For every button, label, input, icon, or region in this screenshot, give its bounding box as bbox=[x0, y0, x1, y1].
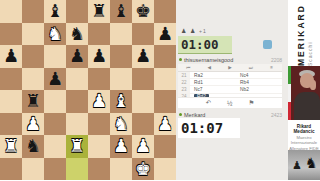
piece-white-knight: ♞ bbox=[113, 113, 129, 135]
lichess-stream-overlay: ♝♜♝♚♞♞♟♟♟♟♟♟♜♟♝♟♞♟♜♞♜♟♟♚ ♟ ♟ +1 01:00 th… bbox=[0, 0, 320, 180]
captured-pawns: ♟ ♟ bbox=[181, 28, 196, 34]
piece-white-king: ♚ bbox=[135, 158, 151, 180]
square-f7[interactable] bbox=[110, 23, 132, 46]
square-b8[interactable] bbox=[22, 0, 44, 23]
bottom-player-rating: 2423 bbox=[271, 112, 285, 118]
square-b5[interactable] bbox=[22, 68, 44, 91]
square-e5[interactable] bbox=[88, 68, 110, 91]
piece-black-pawn: ♟ bbox=[47, 68, 63, 90]
square-e3[interactable] bbox=[88, 113, 110, 136]
move-black[interactable]: Nc4 bbox=[236, 73, 282, 78]
square-a8[interactable] bbox=[0, 0, 22, 23]
piece-white-pawn: ♟ bbox=[113, 135, 129, 157]
square-c7[interactable]: ♞ bbox=[44, 23, 66, 46]
move-number: 21 bbox=[178, 72, 190, 78]
analysis-board-icon[interactable] bbox=[263, 40, 272, 49]
move-number: 23 bbox=[178, 86, 190, 92]
streamer-torso bbox=[294, 92, 320, 120]
pawn-silhouette-icon: ♟ bbox=[292, 159, 302, 172]
piece-white-rook: ♜ bbox=[3, 135, 19, 157]
square-c4[interactable] bbox=[44, 90, 66, 113]
online-dot-icon bbox=[179, 58, 182, 61]
square-c2[interactable] bbox=[44, 135, 66, 158]
top-player-row: thisusernameisgood 2208 bbox=[179, 56, 285, 63]
square-e8[interactable]: ♜ bbox=[88, 0, 110, 23]
top-player-rating: 2208 bbox=[271, 57, 285, 63]
game-panel: ♟ ♟ +1 01:00 thisusernameisgood 2208 ⏮◀▶… bbox=[176, 0, 288, 180]
square-g6[interactable]: ♟ bbox=[132, 45, 154, 68]
square-b4[interactable]: ♜ bbox=[22, 90, 44, 113]
square-g2[interactable]: ♟ bbox=[132, 135, 154, 158]
square-f8[interactable]: ♝ bbox=[110, 0, 132, 23]
captured-pieces: ♟ ♟ +1 bbox=[181, 27, 207, 34]
streamer-column: MERIKARD Scacchi Rikard Medancic Maestro… bbox=[288, 0, 320, 180]
square-e7[interactable] bbox=[88, 23, 110, 46]
piece-black-pawn: ♟ bbox=[69, 45, 85, 67]
last-move-button[interactable]: ⏭ bbox=[240, 64, 261, 71]
webcam-video bbox=[288, 66, 320, 120]
square-c1[interactable] bbox=[44, 158, 66, 181]
piece-black-pawn: ♟ bbox=[135, 45, 151, 67]
takeback-icon[interactable]: ↶ bbox=[206, 99, 211, 107]
piece-black-rook: ♜ bbox=[25, 90, 41, 112]
square-d4[interactable] bbox=[66, 90, 88, 113]
square-d7[interactable]: ♞ bbox=[66, 23, 88, 46]
square-h3[interactable]: ♟ bbox=[154, 113, 176, 136]
first-move-button[interactable]: ⏮ bbox=[178, 64, 199, 71]
piece-white-pawn: ♟ bbox=[91, 90, 107, 112]
streamer-name: Rikard Medancic bbox=[288, 124, 320, 134]
chess-board[interactable]: ♝♜♝♚♞♞♟♟♟♟♟♟♜♟♝♟♞♟♜♞♜♟♟♚ bbox=[0, 0, 176, 180]
move-black[interactable]: Nb2 bbox=[236, 87, 282, 92]
bottom-player-name[interactable]: Merikard bbox=[184, 112, 205, 118]
square-f6[interactable] bbox=[110, 45, 132, 68]
knight-silhouette-icon: ♞ bbox=[305, 155, 318, 171]
square-b3[interactable]: ♟ bbox=[22, 113, 44, 136]
bottom-player-clock: 01:07 bbox=[178, 118, 240, 138]
piece-black-pawn: ♟ bbox=[3, 45, 19, 67]
square-d5[interactable] bbox=[66, 68, 88, 91]
piece-black-knight: ♞ bbox=[69, 23, 85, 45]
square-a4[interactable] bbox=[0, 90, 22, 113]
square-a5[interactable] bbox=[0, 68, 22, 91]
streamer-hand bbox=[310, 80, 316, 90]
piece-black-rook: ♜ bbox=[91, 0, 107, 22]
square-c8[interactable]: ♝ bbox=[44, 0, 66, 23]
square-h8[interactable] bbox=[154, 0, 176, 23]
move-white[interactable]: Rd1 bbox=[190, 80, 236, 85]
square-g8[interactable]: ♚ bbox=[132, 0, 154, 23]
square-a3[interactable] bbox=[0, 113, 22, 136]
move-number: 22 bbox=[178, 79, 190, 85]
square-a7[interactable] bbox=[0, 23, 22, 46]
piece-white-pawn: ♟ bbox=[135, 135, 151, 157]
chess-pieces-photo: ♟ ♞ bbox=[288, 150, 320, 180]
square-b6[interactable] bbox=[22, 45, 44, 68]
square-g5[interactable] bbox=[132, 68, 154, 91]
streamer-title: Maestro Internazionale bbox=[288, 135, 320, 145]
piece-black-knight: ♞ bbox=[25, 135, 41, 157]
square-h1[interactable] bbox=[154, 158, 176, 181]
move-black[interactable]: Rb4 bbox=[236, 80, 282, 85]
move-white[interactable]: Ra2 bbox=[190, 73, 236, 78]
channel-title: MERIKARD bbox=[296, 2, 306, 66]
square-e2[interactable] bbox=[88, 135, 110, 158]
move-white[interactable]: Nc7 bbox=[190, 87, 236, 92]
move-navigation-bar: ⏮◀▶⏭≡ bbox=[178, 64, 282, 72]
square-d2[interactable]: ♜ bbox=[66, 135, 88, 158]
piece-white-rook: ♜ bbox=[69, 135, 85, 157]
square-h4[interactable] bbox=[154, 90, 176, 113]
square-d6[interactable]: ♟ bbox=[66, 45, 88, 68]
piece-black-bishop: ♝ bbox=[47, 0, 63, 22]
next-move-button[interactable]: ▶ bbox=[220, 64, 241, 71]
streamer-caption: Rikard Medancic Maestro Internazionale A… bbox=[288, 120, 320, 150]
square-g7[interactable] bbox=[132, 23, 154, 46]
piece-black-pawn: ♟ bbox=[91, 45, 107, 67]
square-a1[interactable] bbox=[0, 158, 22, 181]
square-c6[interactable] bbox=[44, 45, 66, 68]
square-h5[interactable] bbox=[154, 68, 176, 91]
game-controls: ↶ ½ ⚑ bbox=[178, 97, 282, 108]
square-f2[interactable]: ♟ bbox=[110, 135, 132, 158]
square-d8[interactable] bbox=[66, 0, 88, 23]
draw-offer-icon[interactable]: ½ bbox=[227, 100, 232, 107]
move-row-23: 23Nc7Nb2 bbox=[178, 86, 282, 93]
square-h7[interactable]: ♟ bbox=[154, 23, 176, 46]
square-h6[interactable] bbox=[154, 45, 176, 68]
square-c3[interactable] bbox=[44, 113, 66, 136]
bottom-player-row: Merikard 2423 bbox=[179, 111, 285, 118]
square-g1[interactable]: ♚ bbox=[132, 158, 154, 181]
square-f3[interactable]: ♞ bbox=[110, 113, 132, 136]
move-row-22: 22Rd1Rb4 bbox=[178, 79, 282, 86]
material-advantage: +1 bbox=[199, 28, 207, 34]
square-g4[interactable] bbox=[132, 90, 154, 113]
top-player-name[interactable]: thisusernameisgood bbox=[184, 57, 233, 63]
square-b1[interactable] bbox=[22, 158, 44, 181]
square-b7[interactable] bbox=[22, 23, 44, 46]
channel-banner: MERIKARD Scacchi bbox=[288, 0, 320, 66]
square-f1[interactable] bbox=[110, 158, 132, 181]
top-player-clock: 01:00 bbox=[178, 36, 232, 54]
piece-black-bishop: ♝ bbox=[113, 0, 129, 22]
piece-white-bishop: ♝ bbox=[113, 90, 129, 112]
online-dot-icon bbox=[179, 113, 182, 116]
square-a6[interactable]: ♟ bbox=[0, 45, 22, 68]
italian-flag-stripe bbox=[288, 66, 291, 120]
square-f5[interactable] bbox=[110, 68, 132, 91]
square-e1[interactable] bbox=[88, 158, 110, 181]
piece-white-knight: ♞ bbox=[47, 23, 63, 45]
prev-move-button[interactable]: ◀ bbox=[199, 64, 220, 71]
square-d1[interactable] bbox=[66, 158, 88, 181]
piece-white-pawn: ♟ bbox=[157, 113, 173, 135]
square-b2[interactable]: ♞ bbox=[22, 135, 44, 158]
square-c5[interactable]: ♟ bbox=[44, 68, 66, 91]
square-f4[interactable]: ♝ bbox=[110, 90, 132, 113]
square-g3[interactable] bbox=[132, 113, 154, 136]
piece-white-pawn: ♟ bbox=[25, 113, 41, 135]
piece-black-pawn: ♟ bbox=[157, 23, 173, 45]
piece-black-king: ♚ bbox=[135, 0, 151, 22]
menu-button[interactable]: ≡ bbox=[261, 64, 282, 71]
move-row-21: 21Ra2Nc4 bbox=[178, 72, 282, 79]
channel-subtitle: Scacchi bbox=[307, 0, 313, 66]
square-d3[interactable] bbox=[66, 113, 88, 136]
square-e4[interactable]: ♟ bbox=[88, 90, 110, 113]
resign-flag-icon[interactable]: ⚑ bbox=[249, 99, 255, 107]
square-a2[interactable]: ♜ bbox=[0, 135, 22, 158]
square-e6[interactable]: ♟ bbox=[88, 45, 110, 68]
square-h2[interactable] bbox=[154, 135, 176, 158]
